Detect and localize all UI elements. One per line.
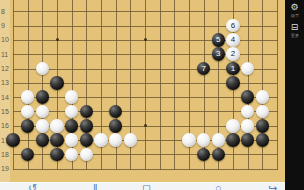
more-button[interactable]: ⊟ 更多 (290, 22, 300, 38)
row-label-7: 7 (1, 0, 12, 2)
go-stone-white (50, 119, 64, 133)
go-stone-white (124, 133, 138, 147)
go-stone-white (65, 133, 79, 147)
circle-icon[interactable]: ○ (215, 183, 222, 190)
go-stone-white (65, 90, 79, 104)
go-stone-black (6, 133, 20, 147)
go-stone-white (80, 148, 94, 162)
go-stone-white (94, 133, 108, 147)
row-label-15: 15 (1, 107, 12, 116)
grid-line-col-11 (160, 0, 161, 170)
go-stone-black: 7 (197, 62, 211, 76)
move-number: 6 (231, 22, 235, 30)
go-stone-black (50, 148, 64, 162)
go-stone-white (241, 105, 255, 119)
grid-line-col-10 (145, 0, 146, 170)
go-stone-black (80, 119, 94, 133)
go-stone-black (226, 133, 240, 147)
go-stone-black (241, 90, 255, 104)
go-stone-white (109, 133, 123, 147)
go-stone-white (36, 119, 50, 133)
row-label-14: 14 (1, 93, 12, 102)
star-point (56, 38, 59, 41)
go-stone-white (182, 133, 196, 147)
grid-line-col-12 (174, 0, 175, 170)
go-stone-white (197, 133, 211, 147)
go-stone-black (256, 133, 270, 147)
row-label-19: 19 (1, 164, 12, 173)
go-stone-black (21, 148, 35, 162)
go-stone-white: 6 (226, 19, 240, 33)
right-sidebar: ⚙ 设置 ⊟ 更多 (285, 0, 304, 190)
go-stone-black (50, 133, 64, 147)
forward-icon[interactable]: ↪ (268, 183, 277, 190)
go-stone-black (80, 105, 94, 119)
more-label: 更多 (290, 32, 299, 37)
go-stone-white: 2 (226, 47, 240, 61)
grid-line-col-19 (277, 0, 278, 170)
app-screen: 789101112131415161718196543271 ⚙ 设置 ⊟ 更多… (0, 0, 304, 190)
grid-line-col-2 (28, 0, 29, 170)
go-stone-white: 4 (226, 33, 240, 47)
pause-icon[interactable]: ‖ (93, 183, 98, 190)
settings-button[interactable]: ⚙ 设置 (290, 2, 300, 18)
bottom-toolbar: ↺‖◻○↪ (0, 182, 285, 190)
go-stone-white (21, 105, 35, 119)
go-stone-white (226, 119, 240, 133)
go-board[interactable]: 789101112131415161718196543271 (0, 0, 285, 182)
go-stone-black: 5 (212, 33, 226, 47)
go-stone-white (65, 148, 79, 162)
row-label-16: 16 (1, 121, 12, 130)
go-stone-white (241, 119, 255, 133)
settings-label: 设置 (290, 12, 299, 17)
move-number: 2 (231, 50, 235, 58)
gear-icon: ⚙ (290, 2, 298, 12)
go-stone-black (197, 148, 211, 162)
go-stone-white (65, 105, 79, 119)
go-stone-white (256, 90, 270, 104)
move-number: 1 (231, 65, 235, 73)
stop-icon[interactable]: ◻ (142, 183, 151, 190)
star-point (144, 124, 147, 127)
go-stone-white (241, 62, 255, 76)
row-label-18: 18 (1, 150, 12, 159)
more-icon: ⊟ (291, 22, 299, 32)
row-label-12: 12 (1, 64, 12, 73)
row-label-9: 9 (1, 21, 12, 30)
go-stone-black: 1 (226, 62, 240, 76)
go-stone-black (226, 76, 240, 90)
go-stone-white (212, 133, 226, 147)
go-stone-black (50, 76, 64, 90)
go-stone-black (212, 148, 226, 162)
go-stone-black (36, 133, 50, 147)
move-number: 4 (231, 36, 235, 44)
go-stone-black (109, 105, 123, 119)
go-stone-black (36, 90, 50, 104)
go-stone-white (256, 105, 270, 119)
undo-icon[interactable]: ↺ (28, 183, 37, 190)
go-stone-black (21, 119, 35, 133)
go-stone-black: 3 (212, 47, 226, 61)
row-label-8: 8 (1, 7, 12, 16)
row-label-13: 13 (1, 78, 12, 87)
go-stone-white (21, 90, 35, 104)
go-stone-black (241, 133, 255, 147)
go-stone-black (65, 119, 79, 133)
star-point (144, 38, 147, 41)
go-stone-black (256, 119, 270, 133)
move-number: 7 (201, 65, 205, 73)
move-number: 5 (216, 36, 220, 44)
go-stone-white (36, 105, 50, 119)
go-stone-black (109, 119, 123, 133)
go-stone-black (80, 133, 94, 147)
row-label-10: 10 (1, 35, 12, 44)
row-label-11: 11 (1, 50, 12, 59)
go-stone-white (36, 62, 50, 76)
move-number: 3 (216, 50, 220, 58)
